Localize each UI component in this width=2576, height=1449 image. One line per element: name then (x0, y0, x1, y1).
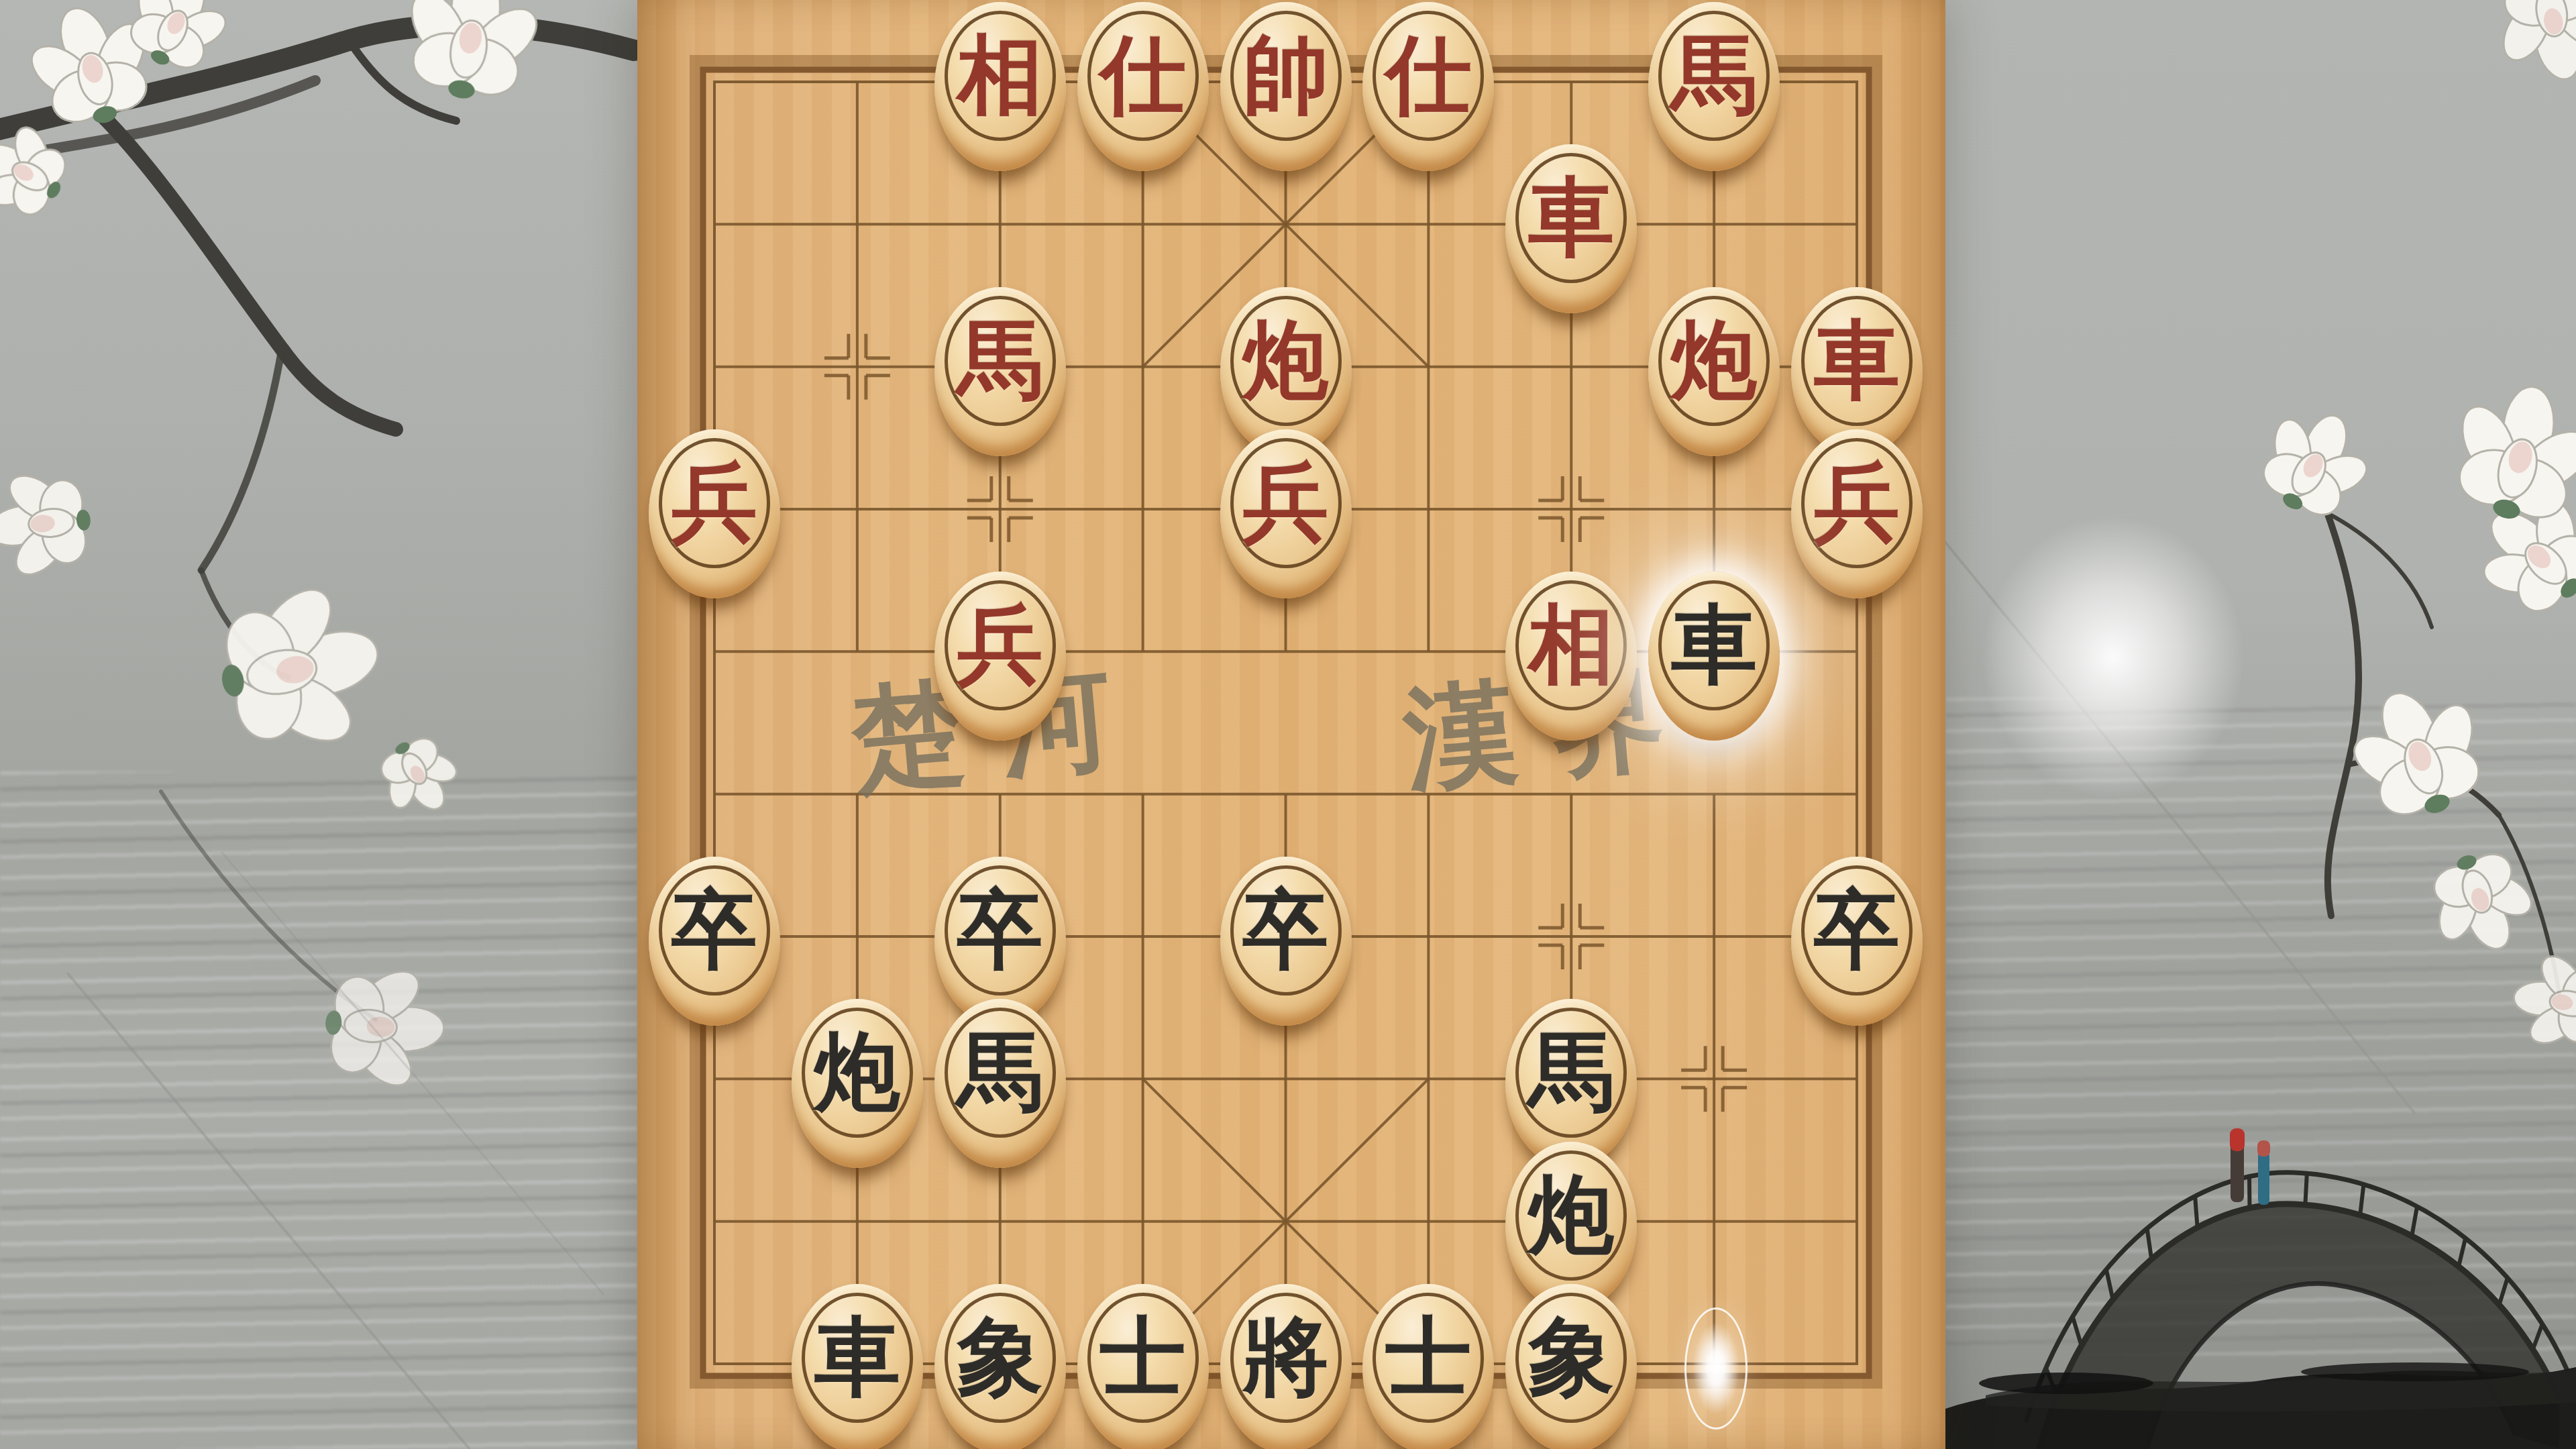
piece-black-advisor[interactable]: 士 (1077, 1284, 1209, 1449)
magnolia-flower (387, 0, 557, 111)
piece-character: 炮 (1220, 291, 1352, 429)
piece-character: 士 (1362, 1288, 1494, 1426)
piece-character: 兵 (1220, 433, 1352, 572)
piece-character: 車 (792, 1288, 923, 1426)
magnolia-branch-scenery (0, 0, 637, 1449)
piece-black-soldier[interactable]: 卒 (1220, 857, 1352, 1026)
piece-red-advisor[interactable]: 仕 (1362, 2, 1494, 171)
magnolia-flower (2504, 943, 2576, 1061)
piece-black-general[interactable]: 將 (1220, 1284, 1352, 1449)
piece-character: 兵 (1791, 433, 1923, 572)
piece-character: 兵 (934, 576, 1066, 714)
magnolia-flower (207, 566, 397, 771)
magnolia-flowers-left (0, 0, 556, 1100)
piece-character: 帥 (1220, 6, 1352, 144)
water-reflection-lines (67, 852, 604, 1449)
piece-red-soldier[interactable]: 兵 (934, 572, 1066, 741)
magnolia-flowers-right (2239, 0, 2576, 1061)
piece-character: 相 (934, 6, 1066, 144)
piece-character: 車 (1505, 148, 1637, 286)
magnolia-flower (2239, 387, 2393, 537)
piece-red-soldier[interactable]: 兵 (1791, 429, 1923, 598)
piece-character: 卒 (649, 861, 780, 999)
bridge-figure-red (2230, 1128, 2245, 1202)
piece-red-chariot[interactable]: 車 (1505, 144, 1637, 313)
piece-black-soldier[interactable]: 卒 (649, 857, 780, 1026)
piece-red-horse[interactable]: 馬 (1648, 2, 1780, 171)
magnolia-flower (2482, 0, 2576, 93)
piece-character: 卒 (934, 861, 1066, 999)
magnolia-flower (2328, 665, 2508, 837)
game-screen: 楚河 漢界 相仕帥仕馬車馬炮炮車兵兵兵兵相車卒卒卒卒炮馬馬炮車象士將士象 (0, 0, 2576, 1449)
piece-character: 象 (934, 1288, 1066, 1426)
piece-black-soldier[interactable]: 卒 (1791, 857, 1923, 1026)
piece-character: 將 (1220, 1288, 1352, 1426)
piece-black-advisor[interactable]: 士 (1362, 1284, 1494, 1449)
rocky-shore (1945, 1362, 2576, 1449)
piece-red-elephant[interactable]: 相 (934, 2, 1066, 171)
magnolia-flower (0, 461, 95, 587)
xiangqi-board[interactable]: 楚河 漢界 相仕帥仕馬車馬炮炮車兵兵兵兵相車卒卒卒卒炮馬馬炮車象士將士象 (637, 0, 1945, 1449)
background-left-panel (0, 0, 637, 1449)
piece-character: 炮 (1505, 1146, 1637, 1284)
piece-red-advisor[interactable]: 仕 (1077, 2, 1209, 171)
piece-black-chariot[interactable]: 車 (792, 1284, 923, 1449)
piece-black-elephant[interactable]: 象 (1505, 1284, 1637, 1449)
move-origin-marker (1684, 1307, 1748, 1430)
piece-red-horse[interactable]: 馬 (934, 287, 1066, 456)
piece-red-soldier[interactable]: 兵 (649, 429, 780, 598)
bridge-figure-blue (2257, 1140, 2270, 1205)
piece-character: 炮 (1648, 291, 1780, 429)
magnolia-flower (2430, 365, 2576, 537)
piece-character: 士 (1077, 1288, 1209, 1426)
piece-character: 卒 (1220, 861, 1352, 999)
piece-character: 馬 (1505, 1003, 1637, 1141)
piece-red-soldier[interactable]: 兵 (1220, 429, 1352, 598)
background-right-panel (1945, 0, 2576, 1449)
piece-character: 相 (1505, 576, 1637, 714)
piece-red-general[interactable]: 帥 (1220, 2, 1352, 171)
piece-character: 卒 (1791, 861, 1923, 999)
magnolia-flower (320, 955, 453, 1100)
piece-character: 兵 (649, 433, 780, 572)
piece-character: 車 (1648, 576, 1780, 714)
piece-character: 馬 (934, 291, 1066, 429)
magnolia-flower (363, 722, 476, 832)
mountain-edge-line (1945, 510, 2415, 1114)
piece-black-elephant[interactable]: 象 (934, 1284, 1066, 1449)
piece-character: 象 (1505, 1288, 1637, 1426)
piece-character: 馬 (1648, 6, 1780, 144)
piece-character: 馬 (934, 1003, 1066, 1141)
bridge-scenery (1945, 0, 2576, 1449)
piece-black-chariot[interactable]: 車 (1648, 572, 1780, 741)
piece-red-elephant[interactable]: 相 (1505, 572, 1637, 741)
piece-character: 仕 (1077, 6, 1209, 144)
ink-branch (0, 25, 634, 1020)
piece-red-cannon[interactable]: 炮 (1648, 287, 1780, 456)
magnolia-flower (2412, 837, 2552, 971)
piece-character: 車 (1791, 291, 1923, 429)
piece-character: 仕 (1362, 6, 1494, 144)
piece-black-horse[interactable]: 馬 (934, 999, 1066, 1168)
piece-black-cannon[interactable]: 炮 (792, 999, 923, 1168)
piece-character: 炮 (792, 1003, 923, 1141)
